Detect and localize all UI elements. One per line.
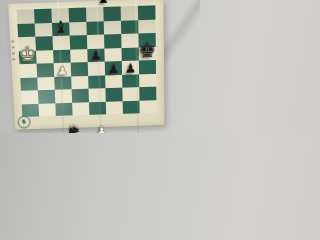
square-g4[interactable]: ♟ [122, 61, 139, 75]
square-c5[interactable] [53, 49, 71, 63]
square-g8[interactable] [121, 6, 139, 20]
square-a2[interactable] [21, 90, 39, 104]
chess-board: ♝♚♟♚♟♟♟ ♞ ♝ [8, 0, 164, 130]
square-f1[interactable] [106, 101, 123, 115]
square-c7[interactable]: ♝ [52, 22, 70, 36]
square-f2[interactable] [105, 88, 122, 102]
square-b8[interactable] [34, 9, 52, 23]
white-pawn-c4[interactable]: ♟ [56, 63, 68, 76]
square-f7[interactable] [104, 20, 122, 34]
square-b1[interactable] [38, 103, 55, 117]
black-pawn-e5[interactable]: ♟ [90, 49, 102, 62]
square-e3[interactable] [88, 75, 105, 89]
square-b4[interactable] [37, 63, 55, 77]
board-logo-stamp: ♞ [17, 116, 30, 129]
square-f4[interactable]: ♟ [105, 61, 122, 75]
chess-board-wrap: ♝♚♟♚♟♟♟ ♞ ♝ [8, 0, 164, 130]
square-h8[interactable] [138, 5, 156, 19]
black-bishop-c7[interactable]: ♝ [53, 19, 68, 36]
square-g3[interactable] [122, 74, 139, 88]
square-e7[interactable] [86, 21, 104, 35]
square-d4[interactable] [71, 62, 88, 76]
square-g1[interactable] [123, 100, 140, 114]
square-e6[interactable] [87, 35, 105, 49]
square-c6[interactable] [52, 36, 70, 50]
captured-white-bishop[interactable]: ♝ [96, 0, 111, 6]
square-b5[interactable] [36, 50, 54, 64]
white-king-a5[interactable]: ♚ [18, 44, 37, 65]
square-b3[interactable] [37, 77, 55, 91]
square-a3[interactable] [20, 77, 38, 91]
black-pawn-g4[interactable]: ♟ [124, 61, 136, 74]
square-h5[interactable]: ♚ [139, 46, 156, 60]
square-c3[interactable] [54, 76, 71, 90]
square-c2[interactable] [55, 89, 72, 103]
square-a8[interactable] [17, 9, 35, 23]
square-e4[interactable] [88, 62, 105, 76]
square-h3[interactable] [139, 73, 156, 87]
square-d8[interactable] [69, 8, 87, 22]
square-e2[interactable] [89, 88, 106, 102]
board-grid: ♝♚♟♚♟♟♟ [17, 5, 157, 117]
table-surface: { "game": "chess", "position": { "fen": … [0, 0, 200, 133]
square-f8[interactable] [103, 6, 121, 20]
square-f3[interactable] [105, 74, 122, 88]
square-b2[interactable] [38, 90, 55, 104]
square-a7[interactable] [17, 23, 35, 37]
square-c1[interactable] [55, 102, 72, 116]
square-d3[interactable] [71, 75, 88, 89]
square-d7[interactable] [69, 21, 87, 35]
square-e5[interactable]: ♟ [87, 48, 104, 62]
square-a5[interactable]: ♚ [19, 50, 37, 64]
square-g7[interactable] [121, 20, 138, 34]
black-pawn-f4[interactable]: ♟ [107, 62, 119, 75]
square-d5[interactable] [70, 49, 88, 63]
square-d2[interactable] [72, 89, 89, 103]
square-g5[interactable] [122, 47, 139, 61]
square-e8[interactable] [86, 7, 104, 21]
square-f6[interactable] [104, 34, 121, 48]
square-b6[interactable] [35, 36, 53, 50]
square-g6[interactable] [121, 33, 138, 47]
captured-white-pawn[interactable]: ♟ [96, 124, 108, 133]
black-king-h5[interactable]: ♚ [138, 40, 156, 61]
border-markings [11, 40, 15, 62]
square-h1[interactable] [139, 100, 156, 114]
square-h2[interactable] [139, 87, 156, 101]
captured-black-knight[interactable]: ♞ [66, 124, 82, 133]
square-e1[interactable] [89, 101, 106, 115]
square-h7[interactable] [138, 19, 155, 33]
square-d6[interactable] [70, 35, 88, 49]
square-g2[interactable] [122, 87, 139, 101]
square-f5[interactable] [104, 48, 121, 62]
square-b7[interactable] [35, 22, 53, 36]
square-c4[interactable]: ♟ [54, 63, 72, 77]
square-d1[interactable] [72, 102, 89, 116]
